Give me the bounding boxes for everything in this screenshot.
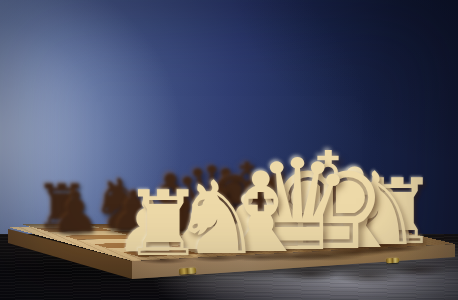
white-pawn-b2: ♟ — [170, 187, 235, 260]
black-rook-a8: ♜ — [35, 176, 90, 237]
black-bishop-c8: ♝ — [137, 164, 204, 239]
white-rook-h1: ♜ — [357, 167, 438, 257]
chess-photo-scene: ♜♞♝♛♚♝♞♜♟♟♟♟♟♟♟♟♟♟♟♟♟♟♟♟♜♞♝♛♚♝♞♜ — [0, 0, 458, 300]
black-rook-h8: ♜ — [301, 176, 356, 237]
white-pawn-c2: ♟ — [214, 185, 279, 258]
white-bishop-f1: ♝ — [305, 153, 404, 263]
black-pawn-h7: ♟ — [313, 183, 362, 238]
black-knight-b8: ♞ — [91, 170, 152, 238]
pieces-layer: ♜♞♝♛♚♝♞♜♟♟♟♟♟♟♟♟♟♟♟♟♟♟♟♟♜♞♝♛♚♝♞♜ — [0, 0, 458, 300]
white-pawn-g2: ♟ — [334, 180, 399, 253]
white-rook-a1: ♜ — [123, 179, 204, 269]
white-king-e1: ♚ — [268, 135, 388, 269]
black-pawn-g7: ♟ — [290, 183, 339, 238]
black-pawn-b7: ♟ — [109, 184, 158, 239]
white-bishop-c1: ♝ — [211, 158, 310, 268]
black-king-e8: ♚ — [206, 151, 288, 242]
black-knight-g8: ♞ — [274, 170, 335, 238]
white-knight-b1: ♞ — [172, 168, 263, 269]
white-pawn-d2: ♟ — [252, 183, 317, 256]
white-pawn-a2: ♟ — [115, 189, 180, 262]
white-queen-d1: ♛ — [241, 143, 354, 269]
black-pawn-d7: ♟ — [199, 184, 248, 239]
black-queen-d8: ♛ — [173, 155, 250, 241]
white-knight-g1: ♞ — [332, 160, 423, 261]
black-pawn-f7: ♟ — [264, 183, 313, 238]
black-bishop-f8: ♝ — [244, 165, 311, 240]
black-pawn-e7: ♟ — [233, 183, 282, 238]
black-pawn-c7: ♟ — [158, 184, 207, 239]
white-pawn-f2: ♟ — [310, 181, 375, 254]
white-pawn-h2: ♟ — [355, 179, 420, 252]
white-pawn-e2: ♟ — [283, 182, 348, 255]
black-pawn-a7: ♟ — [51, 184, 100, 239]
